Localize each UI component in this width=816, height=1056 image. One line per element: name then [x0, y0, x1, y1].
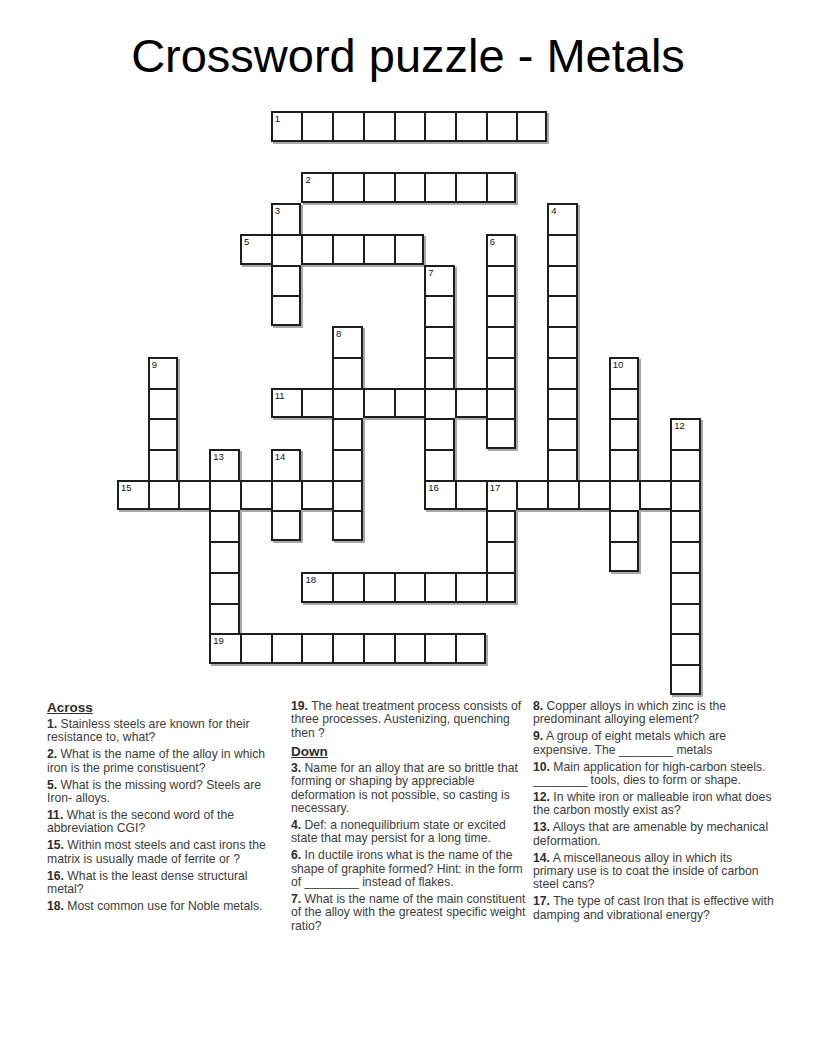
- cell-r15c8[interactable]: [363, 572, 394, 603]
- cell-r2c6[interactable]: 2: [301, 172, 332, 203]
- cell-r10c10[interactable]: [424, 418, 455, 449]
- cell-r0c12[interactable]: [486, 111, 517, 142]
- cell-r14c3[interactable]: [209, 541, 240, 572]
- crossword-grid: 12345678910111213141516171819: [117, 111, 702, 696]
- clue-number: 4: [549, 205, 576, 216]
- cell-r4c7[interactable]: [332, 234, 363, 265]
- cell-r13c7[interactable]: [332, 510, 363, 541]
- cell-r16c3[interactable]: [209, 603, 240, 634]
- clue-down-4: 4. Def: a nonequilibrium state or excite…: [291, 819, 529, 846]
- cell-r8c7[interactable]: [332, 357, 363, 388]
- clue-across-1: 1. Stainless steels are known for their …: [47, 718, 281, 745]
- cell-r17c10[interactable]: [424, 633, 455, 664]
- cell-r4c5[interactable]: [271, 234, 302, 265]
- cell-r17c11[interactable]: [455, 633, 486, 664]
- clue-number: 2: [303, 174, 332, 185]
- cell-r2c10[interactable]: [424, 172, 455, 203]
- cell-r13c5[interactable]: [271, 510, 302, 541]
- clues-column-right: 8. Copper alloys in which zinc is the pr…: [533, 700, 775, 926]
- clue-across-19: 19. The heat treatment process consists …: [291, 700, 529, 740]
- cell-r11c3[interactable]: 13: [209, 449, 240, 480]
- cell-r9c12[interactable]: [486, 388, 517, 419]
- clue-down-6: 6. In ductile irons what is the name of …: [291, 849, 529, 889]
- clue-down-3: 3. Name for an alloy that are so brittle…: [291, 762, 529, 816]
- cell-r12c14[interactable]: [547, 480, 578, 511]
- cell-r2c9[interactable]: [394, 172, 425, 203]
- down-heading: Down: [291, 744, 529, 759]
- cell-r13c16[interactable]: [609, 510, 640, 541]
- cell-r14c18[interactable]: [670, 541, 701, 572]
- cell-r6c10[interactable]: [424, 295, 455, 326]
- cell-r3c5[interactable]: 3: [271, 203, 302, 234]
- clue-across-11: 11. What is the second word of the abbre…: [47, 809, 281, 836]
- clue-number: 16: [426, 482, 455, 493]
- clue-number: 3: [273, 205, 300, 216]
- cell-r15c7[interactable]: [332, 572, 363, 603]
- cell-r17c3[interactable]: 19: [209, 633, 240, 664]
- cell-r8c12[interactable]: [486, 357, 517, 388]
- cell-r10c18[interactable]: 12: [670, 418, 701, 449]
- cell-r0c6[interactable]: [301, 111, 332, 142]
- clue-number: 14: [273, 451, 300, 462]
- page-title: Crossword puzzle - Metals: [0, 28, 816, 83]
- clue-number: 19: [211, 635, 240, 646]
- cell-r9c11[interactable]: [455, 388, 486, 419]
- cell-r12c13[interactable]: [516, 480, 547, 511]
- cell-r9c9[interactable]: [394, 388, 425, 419]
- cell-r10c14[interactable]: [547, 418, 578, 449]
- cell-r10c7[interactable]: [332, 418, 363, 449]
- clue-number: 18: [303, 574, 332, 585]
- clue-down-10: 10. Main application for high-carbon ste…: [533, 761, 775, 788]
- clue-down-8: 8. Copper alloys in which zinc is the pr…: [533, 700, 775, 727]
- cell-r5c5[interactable]: [271, 265, 302, 296]
- cell-r13c12[interactable]: [486, 510, 517, 541]
- cell-r4c9[interactable]: [394, 234, 425, 265]
- cell-r9c10[interactable]: [424, 388, 455, 419]
- cell-r11c7[interactable]: [332, 449, 363, 480]
- cell-r17c9[interactable]: [394, 633, 425, 664]
- cell-r6c14[interactable]: [547, 295, 578, 326]
- cell-r7c7[interactable]: 8: [332, 326, 363, 357]
- clue-number: 5: [242, 236, 271, 247]
- across-heading: Across: [47, 700, 281, 715]
- cell-r4c4[interactable]: 5: [240, 234, 271, 265]
- cell-r7c14[interactable]: [547, 326, 578, 357]
- clue-across-16: 16. What is the least dense structural m…: [47, 870, 281, 897]
- cell-r5c14[interactable]: [547, 265, 578, 296]
- cell-r0c10[interactable]: [424, 111, 455, 142]
- cell-r9c6[interactable]: [301, 388, 332, 419]
- page: { "game": "crossword", "title": "Crosswo…: [0, 0, 816, 1056]
- cell-r9c7[interactable]: [332, 388, 363, 419]
- cell-r0c13[interactable]: [516, 111, 547, 142]
- clue-number: 17: [488, 482, 517, 493]
- cell-r9c5[interactable]: 11: [271, 388, 302, 419]
- clue-number: 9: [150, 359, 177, 370]
- clue-number: 7: [426, 267, 453, 278]
- cell-r7c12[interactable]: [486, 326, 517, 357]
- cell-r0c8[interactable]: [363, 111, 394, 142]
- cell-r9c1[interactable]: [148, 388, 179, 419]
- cell-r8c14[interactable]: [547, 357, 578, 388]
- cell-r12c11[interactable]: [455, 480, 486, 511]
- cell-r15c18[interactable]: [670, 572, 701, 603]
- cell-r2c7[interactable]: [332, 172, 363, 203]
- cell-r0c5[interactable]: 1: [271, 111, 302, 142]
- cell-r12c4[interactable]: [240, 480, 271, 511]
- clue-number: 8: [334, 328, 361, 339]
- cell-r4c8[interactable]: [363, 234, 394, 265]
- cell-r4c6[interactable]: [301, 234, 332, 265]
- cell-r3c14[interactable]: 4: [547, 203, 578, 234]
- clue-down-12: 12. In white iron or malleable iron what…: [533, 791, 775, 818]
- cell-r9c8[interactable]: [363, 388, 394, 419]
- cell-r8c10[interactable]: [424, 357, 455, 388]
- clue-down-17: 17. The type of cast Iron that is effect…: [533, 895, 775, 922]
- cell-r11c14[interactable]: [547, 449, 578, 480]
- clue-across-2: 2. What is the name of the alloy in whic…: [47, 748, 281, 775]
- cell-r11c1[interactable]: [148, 449, 179, 480]
- clue-across-18: 18. Most common use for Noble metals.: [47, 900, 281, 913]
- cell-r8c1[interactable]: 9: [148, 357, 179, 388]
- clue-number: 10: [611, 359, 638, 370]
- cell-r12c18[interactable]: [670, 480, 701, 511]
- cell-r13c3[interactable]: [209, 510, 240, 541]
- clue-number: 15: [119, 482, 148, 493]
- cell-r11c16[interactable]: [609, 449, 640, 480]
- cell-r13c18[interactable]: [670, 510, 701, 541]
- cell-r0c9[interactable]: [394, 111, 425, 142]
- cell-r17c6[interactable]: [301, 633, 332, 664]
- cell-r15c9[interactable]: [394, 572, 425, 603]
- clue-across-5: 5. What is the missing word? Steels are …: [47, 779, 281, 806]
- cell-r15c6[interactable]: 18: [301, 572, 332, 603]
- clues-column-across: Across 1. Stainless steels are known for…: [47, 700, 281, 917]
- cell-r12c7[interactable]: [332, 480, 363, 511]
- cell-r7c10[interactable]: [424, 326, 455, 357]
- cell-r11c18[interactable]: [670, 449, 701, 480]
- cell-r15c12[interactable]: [486, 572, 517, 603]
- cell-r9c14[interactable]: [547, 388, 578, 419]
- clue-number: 1: [273, 113, 302, 124]
- cell-r15c11[interactable]: [455, 572, 486, 603]
- clue-number: 13: [211, 451, 238, 462]
- cell-r16c18[interactable]: [670, 603, 701, 634]
- cell-r5c10[interactable]: 7: [424, 265, 455, 296]
- cell-r2c12[interactable]: [486, 172, 517, 203]
- cell-r12c10[interactable]: 16: [424, 480, 455, 511]
- cell-r12c6[interactable]: [301, 480, 332, 511]
- cell-r4c14[interactable]: [547, 234, 578, 265]
- cell-r17c7[interactable]: [332, 633, 363, 664]
- cell-r10c1[interactable]: [148, 418, 179, 449]
- cell-r18c18[interactable]: [670, 664, 701, 695]
- clue-number: 11: [273, 390, 302, 401]
- cell-r12c2[interactable]: [178, 480, 209, 511]
- clue-down-7: 7. What is the name of the main constitu…: [291, 893, 529, 933]
- cell-r11c10[interactable]: [424, 449, 455, 480]
- cell-r12c17[interactable]: [639, 480, 670, 511]
- cell-r17c5[interactable]: [271, 633, 302, 664]
- cell-r17c8[interactable]: [363, 633, 394, 664]
- cell-r0c7[interactable]: [332, 111, 363, 142]
- clue-down-9: 9. A group of eight metals which are exp…: [533, 730, 775, 757]
- cell-r10c12[interactable]: [486, 418, 517, 449]
- clue-down-13: 13. Alloys that are amenable by mechanic…: [533, 821, 775, 848]
- cell-r14c12[interactable]: [486, 541, 517, 572]
- cell-r6c5[interactable]: [271, 295, 302, 326]
- cell-r17c18[interactable]: [670, 633, 701, 664]
- cell-r2c8[interactable]: [363, 172, 394, 203]
- cell-r12c12[interactable]: 17: [486, 480, 517, 511]
- clue-down-14: 14. A miscellaneous alloy in which its p…: [533, 852, 775, 892]
- cell-r12c0[interactable]: 15: [117, 480, 148, 511]
- cell-r4c12[interactable]: 6: [486, 234, 517, 265]
- cell-r12c5[interactable]: [271, 480, 302, 511]
- cell-r12c16[interactable]: [609, 480, 640, 511]
- cell-r6c12[interactable]: [486, 295, 517, 326]
- cell-r15c3[interactable]: [209, 572, 240, 603]
- cell-r12c3[interactable]: [209, 480, 240, 511]
- clues-column-middle: 19. The heat treatment process consists …: [291, 700, 529, 937]
- cell-r12c1[interactable]: [148, 480, 179, 511]
- cell-r11c5[interactable]: 14: [271, 449, 302, 480]
- cell-r14c16[interactable]: [609, 541, 640, 572]
- cell-r9c16[interactable]: [609, 388, 640, 419]
- cell-r17c4[interactable]: [240, 633, 271, 664]
- clue-number: 12: [672, 420, 699, 431]
- cell-r5c12[interactable]: [486, 265, 517, 296]
- cell-r2c11[interactable]: [455, 172, 486, 203]
- cell-r8c16[interactable]: 10: [609, 357, 640, 388]
- clue-across-15: 15. Within most steels and cast irons th…: [47, 839, 281, 866]
- cell-r15c10[interactable]: [424, 572, 455, 603]
- cell-r12c15[interactable]: [578, 480, 609, 511]
- cell-r10c16[interactable]: [609, 418, 640, 449]
- clue-number: 6: [488, 236, 515, 247]
- cell-r0c11[interactable]: [455, 111, 486, 142]
